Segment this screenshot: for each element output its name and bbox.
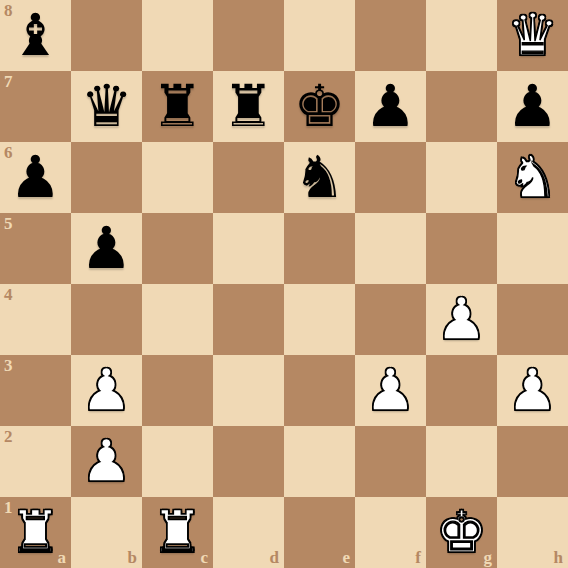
white-pawn-icon[interactable]: ♟: [81, 426, 133, 497]
rank-label-3: 3: [4, 356, 13, 376]
square-h5[interactable]: [497, 213, 568, 284]
square-f7[interactable]: ♟: [355, 71, 426, 142]
square-e3[interactable]: [284, 355, 355, 426]
square-d4[interactable]: [213, 284, 284, 355]
square-d1[interactable]: d: [213, 497, 284, 568]
square-c1[interactable]: c♜: [142, 497, 213, 568]
black-bishop-icon[interactable]: ♝: [10, 0, 62, 71]
square-c5[interactable]: [142, 213, 213, 284]
square-e6[interactable]: ♞: [284, 142, 355, 213]
white-pawn-icon[interactable]: ♟: [365, 355, 417, 426]
square-d8[interactable]: [213, 0, 284, 71]
square-b6[interactable]: [71, 142, 142, 213]
file-label-b: b: [128, 548, 137, 568]
white-king-icon[interactable]: ♚: [436, 497, 488, 568]
black-knight-icon[interactable]: ♞: [294, 142, 346, 213]
rank-label-5: 5: [4, 214, 13, 234]
rank-label-4: 4: [4, 285, 13, 305]
square-e1[interactable]: e: [284, 497, 355, 568]
square-f3[interactable]: ♟: [355, 355, 426, 426]
square-g5[interactable]: [426, 213, 497, 284]
square-c4[interactable]: [142, 284, 213, 355]
file-label-d: d: [270, 548, 279, 568]
square-h4[interactable]: [497, 284, 568, 355]
file-label-f: f: [415, 548, 421, 568]
square-g8[interactable]: [426, 0, 497, 71]
square-b4[interactable]: [71, 284, 142, 355]
white-rook-icon[interactable]: ♜: [10, 497, 62, 568]
square-h8[interactable]: ♛: [497, 0, 568, 71]
black-pawn-icon[interactable]: ♟: [365, 71, 417, 142]
square-f4[interactable]: [355, 284, 426, 355]
square-h3[interactable]: ♟: [497, 355, 568, 426]
black-pawn-icon[interactable]: ♟: [507, 71, 559, 142]
square-e5[interactable]: [284, 213, 355, 284]
black-pawn-icon[interactable]: ♟: [81, 213, 133, 284]
square-e4[interactable]: [284, 284, 355, 355]
square-d7[interactable]: ♜: [213, 71, 284, 142]
square-d5[interactable]: [213, 213, 284, 284]
square-c6[interactable]: [142, 142, 213, 213]
square-e2[interactable]: [284, 426, 355, 497]
square-b8[interactable]: [71, 0, 142, 71]
chess-board: 8♝♛7♛♜♜♚♟♟6♟♞♞5♟4♟3♟♟♟2♟1a♜bc♜defg♚h: [0, 0, 568, 568]
white-queen-icon[interactable]: ♛: [507, 0, 559, 71]
square-b1[interactable]: b: [71, 497, 142, 568]
square-h1[interactable]: h: [497, 497, 568, 568]
white-pawn-icon[interactable]: ♟: [81, 355, 133, 426]
square-d6[interactable]: [213, 142, 284, 213]
square-e8[interactable]: [284, 0, 355, 71]
white-pawn-icon[interactable]: ♟: [507, 355, 559, 426]
square-b5[interactable]: ♟: [71, 213, 142, 284]
square-a1[interactable]: 1a♜: [0, 497, 71, 568]
rank-label-7: 7: [4, 72, 13, 92]
square-g4[interactable]: ♟: [426, 284, 497, 355]
square-d3[interactable]: [213, 355, 284, 426]
rank-label-2: 2: [4, 427, 13, 447]
black-queen-icon[interactable]: ♛: [81, 71, 133, 142]
square-f2[interactable]: [355, 426, 426, 497]
square-b2[interactable]: ♟: [71, 426, 142, 497]
square-c7[interactable]: ♜: [142, 71, 213, 142]
square-b3[interactable]: ♟: [71, 355, 142, 426]
square-h6[interactable]: ♞: [497, 142, 568, 213]
black-rook-icon[interactable]: ♜: [223, 71, 275, 142]
square-a2[interactable]: 2: [0, 426, 71, 497]
square-c8[interactable]: [142, 0, 213, 71]
square-b7[interactable]: ♛: [71, 71, 142, 142]
square-a4[interactable]: 4: [0, 284, 71, 355]
square-g6[interactable]: [426, 142, 497, 213]
black-rook-icon[interactable]: ♜: [152, 71, 204, 142]
square-g1[interactable]: g♚: [426, 497, 497, 568]
square-c2[interactable]: [142, 426, 213, 497]
white-rook-icon[interactable]: ♜: [152, 497, 204, 568]
square-a3[interactable]: 3: [0, 355, 71, 426]
black-king-icon[interactable]: ♚: [294, 71, 346, 142]
square-h7[interactable]: ♟: [497, 71, 568, 142]
square-g3[interactable]: [426, 355, 497, 426]
file-label-h: h: [554, 548, 563, 568]
square-c3[interactable]: [142, 355, 213, 426]
white-knight-icon[interactable]: ♞: [507, 142, 559, 213]
square-a5[interactable]: 5: [0, 213, 71, 284]
file-label-e: e: [342, 548, 350, 568]
square-f1[interactable]: f: [355, 497, 426, 568]
square-g2[interactable]: [426, 426, 497, 497]
square-a6[interactable]: 6♟: [0, 142, 71, 213]
square-g7[interactable]: [426, 71, 497, 142]
square-e7[interactable]: ♚: [284, 71, 355, 142]
square-h2[interactable]: [497, 426, 568, 497]
square-d2[interactable]: [213, 426, 284, 497]
square-a8[interactable]: 8♝: [0, 0, 71, 71]
black-pawn-icon[interactable]: ♟: [10, 142, 62, 213]
square-f8[interactable]: [355, 0, 426, 71]
square-a7[interactable]: 7: [0, 71, 71, 142]
square-f5[interactable]: [355, 213, 426, 284]
square-f6[interactable]: [355, 142, 426, 213]
white-pawn-icon[interactable]: ♟: [436, 284, 488, 355]
